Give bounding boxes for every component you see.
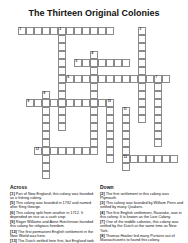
across-header: Across: [10, 184, 94, 190]
grid-cell[interactable]: [154, 139, 162, 147]
grid-cell[interactable]: [82, 75, 90, 83]
grid-cell[interactable]: [58, 147, 66, 155]
grid-cell[interactable]: [138, 155, 146, 163]
clue-number-marker: 8: [44, 92, 46, 96]
grid-cell[interactable]: [106, 107, 114, 115]
grid-cell[interactable]: [154, 91, 162, 99]
clue-item-number: [6]: [10, 211, 16, 215]
clue-item: [7] One of the middle colonies, this col…: [100, 220, 184, 233]
clue-number-marker: 10: [108, 100, 111, 104]
clue-item-number: [13]: [10, 239, 18, 243]
grid-cell[interactable]: [42, 171, 50, 179]
clue-number-marker: 11: [124, 108, 127, 112]
clue-number-marker: 13: [124, 156, 127, 160]
grid-cell[interactable]: [122, 123, 130, 131]
clue-number-marker: 5: [76, 60, 78, 64]
grid-cell[interactable]: [42, 27, 50, 35]
grid-cell[interactable]: 4: [90, 51, 98, 59]
grid-cell[interactable]: [58, 43, 66, 51]
grid-cell[interactable]: [82, 59, 90, 67]
clue-item: [8] Thomas Hooker led many Puritans out …: [100, 234, 184, 242]
grid-cell[interactable]: [122, 115, 130, 123]
grid-cell[interactable]: [106, 139, 114, 147]
grid-cell[interactable]: [106, 27, 114, 35]
grid-cell[interactable]: [106, 155, 114, 163]
clue-item-number: [7]: [100, 220, 106, 224]
grid-cell[interactable]: [162, 75, 170, 83]
grid-cell[interactable]: [58, 83, 66, 91]
grid-cell[interactable]: [58, 67, 66, 75]
grid-cell[interactable]: [34, 27, 42, 35]
grid-cell[interactable]: [138, 67, 146, 75]
grid-cell[interactable]: [50, 147, 58, 155]
grid-cell[interactable]: 13: [122, 155, 130, 163]
grid-cell[interactable]: 11: [122, 107, 130, 115]
grid-cell[interactable]: [90, 131, 98, 139]
grid-cell[interactable]: [58, 115, 66, 123]
clue-item: [9] Roger Williams and Anne Hutchinson f…: [10, 220, 94, 228]
grid-cell[interactable]: [98, 27, 106, 35]
grid-cell[interactable]: [90, 139, 98, 147]
grid-cell[interactable]: [42, 99, 50, 107]
grid-cell[interactable]: [138, 59, 146, 67]
grid-cell[interactable]: 9: [26, 99, 34, 107]
grid-cell[interactable]: [122, 59, 130, 67]
across-clue-column: Across [1] Part of New England, this col…: [10, 184, 94, 243]
clue-number-marker: 12: [36, 148, 39, 152]
grid-cell[interactable]: [138, 91, 146, 99]
grid-cell[interactable]: [58, 91, 66, 99]
grid-cell[interactable]: [90, 91, 98, 99]
grid-cell[interactable]: [138, 99, 146, 107]
grid-cell[interactable]: [58, 99, 66, 107]
grid-cell[interactable]: [122, 139, 130, 147]
clue-item: [3] This colony was founded by William P…: [100, 201, 184, 209]
grid-cell[interactable]: [154, 123, 162, 131]
grid-cell[interactable]: 7: [154, 75, 162, 83]
grid-cell[interactable]: [90, 147, 98, 155]
grid-cell[interactable]: 8: [42, 91, 50, 99]
grid-cell[interactable]: [122, 163, 130, 171]
clue-item-number: [1]: [10, 192, 16, 196]
grid-cell[interactable]: [90, 27, 98, 35]
grid-cell[interactable]: [146, 75, 154, 83]
clue-number-marker: 9: [28, 100, 30, 104]
grid-cell[interactable]: [90, 123, 98, 131]
grid-cell[interactable]: [42, 131, 50, 139]
grid-cell[interactable]: [50, 27, 58, 35]
grid-cell[interactable]: 10: [106, 99, 114, 107]
clue-item: [4] The first English settlement, Roanok…: [100, 211, 184, 219]
grid-cell[interactable]: [106, 131, 114, 139]
grid-cell[interactable]: [138, 115, 146, 123]
grid-cell[interactable]: [122, 131, 130, 139]
grid-cell[interactable]: [42, 147, 50, 155]
grid-cell[interactable]: [58, 123, 66, 131]
grid-cell[interactable]: [138, 51, 146, 59]
grid-cell[interactable]: [26, 27, 34, 35]
clue-item-number: [8]: [100, 234, 106, 238]
grid-cell[interactable]: [106, 115, 114, 123]
grid-cell[interactable]: 6: [66, 75, 74, 83]
clue-item: [13] The Dutch settled here first, but E…: [10, 239, 94, 243]
grid-cell[interactable]: [138, 83, 146, 91]
grid-cell[interactable]: [154, 155, 162, 163]
grid-cell[interactable]: [138, 107, 146, 115]
clue-item-number: [2]: [100, 192, 106, 196]
grid-cell[interactable]: [170, 155, 178, 163]
grid-cell[interactable]: [42, 123, 50, 131]
clue-item: [1] Part of New England, this colony was…: [10, 192, 94, 200]
grid-cell[interactable]: [122, 75, 130, 83]
grid-cell[interactable]: 12: [34, 147, 42, 155]
clue-number-marker: 6: [68, 76, 70, 80]
grid-cell[interactable]: [106, 123, 114, 131]
grid-cell[interactable]: [130, 75, 138, 83]
grid-cell[interactable]: [98, 59, 106, 67]
down-header: Down: [100, 184, 184, 190]
grid-cell[interactable]: 2: [58, 27, 66, 35]
clue-item-number: [4]: [100, 211, 106, 215]
grid-cell[interactable]: [90, 83, 98, 91]
grid-cell[interactable]: [154, 83, 162, 91]
grid-cell[interactable]: [66, 99, 74, 107]
grid-cell[interactable]: 5: [74, 59, 82, 67]
grid-cell[interactable]: [66, 27, 74, 35]
grid-cell[interactable]: [82, 99, 90, 107]
clue-number-marker: 3: [140, 28, 142, 32]
grid-cell[interactable]: [114, 59, 122, 67]
grid-cell[interactable]: [162, 155, 170, 163]
grid-cell[interactable]: [82, 27, 90, 35]
crossword-grid: 12345678910111213: [10, 27, 178, 179]
clue-item: [5] This colony was founded in 1732 and …: [10, 201, 94, 209]
clue-item-number: [9]: [10, 220, 16, 224]
clue-item-number: [12]: [10, 230, 18, 234]
clue-number-marker: 7: [156, 76, 158, 80]
clue-number-marker: 1: [20, 28, 22, 32]
grid-cell[interactable]: [42, 163, 50, 171]
grid-cell[interactable]: [58, 51, 66, 59]
grid-cell[interactable]: [74, 75, 82, 83]
grid-cell[interactable]: [58, 107, 66, 115]
grid-cell[interactable]: [154, 99, 162, 107]
grid-cell[interactable]: [138, 75, 146, 83]
grid-cell[interactable]: [90, 107, 98, 115]
clue-item: [6] This colony split from another in 17…: [10, 211, 94, 219]
grid-cell[interactable]: [74, 147, 82, 155]
grid-cell[interactable]: [154, 115, 162, 123]
grid-cell[interactable]: [138, 43, 146, 51]
grid-cell[interactable]: 3: [138, 27, 146, 35]
grid-cell[interactable]: [130, 155, 138, 163]
grid-cell[interactable]: [146, 155, 154, 163]
grid-cell[interactable]: [42, 155, 50, 163]
grid-cell[interactable]: [114, 75, 122, 83]
grid-cell[interactable]: [42, 115, 50, 123]
grid-cell[interactable]: [42, 107, 50, 115]
grid-cell[interactable]: [90, 59, 98, 67]
clue-item: [12] The first permanent English settlem…: [10, 230, 94, 238]
grid-cell[interactable]: [58, 59, 66, 67]
grid-cell[interactable]: [74, 99, 82, 107]
clue-item-number: [3]: [100, 201, 106, 205]
grid-cell[interactable]: [66, 147, 74, 155]
grid-cell[interactable]: [34, 99, 42, 107]
down-clue-column: Down [2] The first settlement in this co…: [100, 184, 184, 243]
grid-cell[interactable]: [58, 35, 66, 43]
grid-cell[interactable]: [50, 99, 58, 107]
grid-cell[interactable]: [154, 131, 162, 139]
grid-cell[interactable]: [74, 27, 82, 35]
grid-cell[interactable]: [106, 147, 114, 155]
grid-cell[interactable]: [90, 75, 98, 83]
grid-cell[interactable]: [98, 75, 106, 83]
grid-cell[interactable]: [154, 107, 162, 115]
grid-cell[interactable]: [58, 75, 66, 83]
grid-cell[interactable]: [90, 115, 98, 123]
clue-number-marker: 2: [60, 28, 62, 32]
grid-cell[interactable]: [106, 75, 114, 83]
grid-cell[interactable]: [90, 67, 98, 75]
grid-cell[interactable]: 1: [18, 27, 26, 35]
clue-number-marker: 4: [92, 52, 94, 56]
page-title: The Thirteen Original Colonies: [0, 8, 188, 18]
grid-cell[interactable]: [106, 59, 114, 67]
clue-item: [2] The first settlement in this colony …: [100, 192, 184, 200]
clue-item-number: [5]: [10, 201, 16, 205]
grid-cell[interactable]: [138, 35, 146, 43]
grid-cell[interactable]: [42, 139, 50, 147]
grid-cell[interactable]: [82, 147, 90, 155]
grid-cell[interactable]: [90, 99, 98, 107]
grid-cell[interactable]: [122, 147, 130, 155]
grid-cell[interactable]: [98, 99, 106, 107]
